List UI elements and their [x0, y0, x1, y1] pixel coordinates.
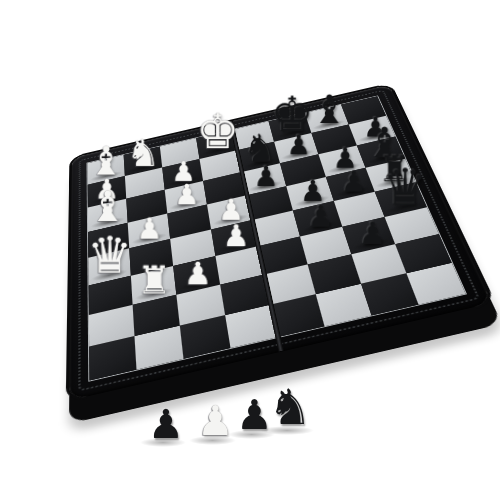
- loose-piece-black-knight[interactable]: ♞: [268, 383, 312, 432]
- board-frame: ♝♞♚♚♝♟♟♞♟♟♝♟♟♟♝♟♟♟♟♜♛♟♟♛♜♟♟: [69, 85, 492, 401]
- loose-piece-black-pawn[interactable]: ♟: [148, 404, 184, 444]
- board-tilt-wrapper: ♝♞♚♚♝♟♟♞♟♟♝♟♟♟♝♟♟♟♟♜♛♟♟♛♜♟♟: [69, 85, 492, 401]
- pawn-glyph: ♟: [148, 404, 184, 444]
- knight-glyph: ♞: [268, 383, 312, 432]
- board-scene: ♝♞♚♚♝♟♟♞♟♟♝♟♟♟♝♟♟♟♟♜♛♟♟♛♜♟♟: [66, 34, 438, 406]
